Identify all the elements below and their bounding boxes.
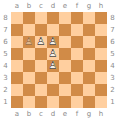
chess-board: ♟♙♟♙♟♙♟♙♟♙	[11, 12, 107, 108]
square-b5[interactable]	[23, 48, 35, 60]
square-a5[interactable]	[11, 48, 23, 60]
square-a4[interactable]	[11, 60, 23, 72]
square-h3[interactable]	[95, 72, 107, 84]
rank-labels-right: 87654321	[107, 12, 118, 108]
rank-label-1: 1	[0, 96, 11, 108]
square-g6[interactable]	[83, 36, 95, 48]
file-label-d: d	[47, 108, 59, 120]
square-b6[interactable]: ♟♙	[23, 36, 35, 48]
square-g5[interactable]	[83, 48, 95, 60]
square-e5[interactable]	[59, 48, 71, 60]
square-h7[interactable]	[95, 24, 107, 36]
square-d2[interactable]	[47, 84, 59, 96]
rank-label-6: 6	[0, 36, 11, 48]
square-g1[interactable]	[83, 96, 95, 108]
square-a8[interactable]	[11, 12, 23, 24]
square-g3[interactable]	[83, 72, 95, 84]
square-c3[interactable]	[35, 72, 47, 84]
square-d8[interactable]	[47, 12, 59, 24]
file-label-h: h	[95, 0, 107, 12]
piece-outline-glyph: ♙	[35, 36, 47, 48]
square-c2[interactable]	[35, 84, 47, 96]
square-g2[interactable]	[83, 84, 95, 96]
square-h2[interactable]	[95, 84, 107, 96]
square-f5[interactable]	[71, 48, 83, 60]
piece-outline-glyph: ♙	[23, 36, 35, 48]
file-label-f: f	[71, 0, 83, 12]
square-f6[interactable]	[71, 36, 83, 48]
square-b1[interactable]	[23, 96, 35, 108]
file-label-g: g	[83, 108, 95, 120]
file-label-e: e	[59, 108, 71, 120]
square-b4[interactable]	[23, 60, 35, 72]
square-g7[interactable]	[83, 24, 95, 36]
square-g8[interactable]	[83, 12, 95, 24]
rank-label-2: 2	[107, 84, 118, 96]
square-f8[interactable]	[71, 12, 83, 24]
square-g4[interactable]	[83, 60, 95, 72]
square-f7[interactable]	[71, 24, 83, 36]
square-a3[interactable]	[11, 72, 23, 84]
square-a7[interactable]	[11, 24, 23, 36]
rank-label-4: 4	[107, 60, 118, 72]
rank-label-7: 7	[107, 24, 118, 36]
ghost-white-pawn-b6[interactable]: ♟♙	[23, 36, 35, 48]
square-e1[interactable]	[59, 96, 71, 108]
white-pawn-c6[interactable]: ♟♙	[35, 36, 47, 48]
rank-label-5: 5	[0, 48, 11, 60]
square-e7[interactable]	[59, 24, 71, 36]
square-h8[interactable]	[95, 12, 107, 24]
file-label-c: c	[35, 0, 47, 12]
square-c4[interactable]	[35, 60, 47, 72]
square-f1[interactable]	[71, 96, 83, 108]
file-labels-bottom: abcdefgh	[11, 108, 107, 120]
square-c8[interactable]	[35, 12, 47, 24]
square-e3[interactable]	[59, 72, 71, 84]
file-label-h: h	[95, 108, 107, 120]
rank-label-7: 7	[0, 24, 11, 36]
square-f3[interactable]	[71, 72, 83, 84]
piece-outline-glyph: ♙	[47, 60, 59, 72]
square-f4[interactable]	[71, 60, 83, 72]
file-label-a: a	[11, 108, 23, 120]
rank-label-8: 8	[0, 12, 11, 24]
square-b8[interactable]	[23, 12, 35, 24]
file-label-b: b	[23, 108, 35, 120]
square-h1[interactable]	[95, 96, 107, 108]
rank-label-6: 6	[107, 36, 118, 48]
square-h4[interactable]	[95, 60, 107, 72]
white-pawn-d4[interactable]: ♟♙	[47, 60, 59, 72]
rank-label-3: 3	[0, 72, 11, 84]
square-a6[interactable]	[11, 36, 23, 48]
square-f2[interactable]	[71, 84, 83, 96]
square-b2[interactable]	[23, 84, 35, 96]
square-a2[interactable]	[11, 84, 23, 96]
square-d1[interactable]	[47, 96, 59, 108]
rank-label-5: 5	[107, 48, 118, 60]
square-h6[interactable]	[95, 36, 107, 48]
square-h5[interactable]	[95, 48, 107, 60]
square-d4[interactable]: ♟♙	[47, 60, 59, 72]
square-a1[interactable]	[11, 96, 23, 108]
file-label-d: d	[47, 0, 59, 12]
square-e2[interactable]	[59, 84, 71, 96]
square-c6[interactable]: ♟♙	[35, 36, 47, 48]
file-labels-top: abcdefgh	[11, 0, 107, 12]
rank-label-8: 8	[107, 12, 118, 24]
rank-label-4: 4	[0, 60, 11, 72]
square-e6[interactable]	[59, 36, 71, 48]
file-label-c: c	[35, 108, 47, 120]
rank-label-3: 3	[107, 72, 118, 84]
rank-label-1: 1	[107, 96, 118, 108]
file-label-g: g	[83, 0, 95, 12]
file-label-f: f	[71, 108, 83, 120]
square-e4[interactable]	[59, 60, 71, 72]
square-c5[interactable]	[35, 48, 47, 60]
rank-label-2: 2	[0, 84, 11, 96]
square-b3[interactable]	[23, 72, 35, 84]
chess-diagram: abcdefgh 87654321 ♟♙♟♙♟♙♟♙♟♙ 87654321 ab…	[0, 0, 118, 120]
rank-labels-left: 87654321	[0, 12, 11, 108]
square-d3[interactable]	[47, 72, 59, 84]
file-label-e: e	[59, 0, 71, 12]
file-label-b: b	[23, 0, 35, 12]
square-e8[interactable]	[59, 12, 71, 24]
square-c1[interactable]	[35, 96, 47, 108]
file-label-a: a	[11, 0, 23, 12]
